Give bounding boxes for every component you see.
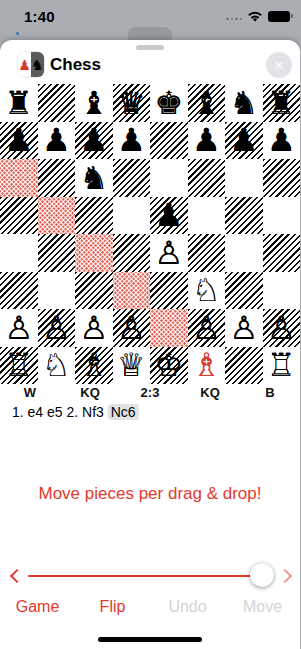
piece-black-pawn[interactable]: ♟	[225, 122, 263, 160]
piece-black-knight[interactable]: ♞	[225, 84, 263, 122]
chess-board[interactable]: ♜♝♛♚♝♞♜♟♟♟♟♟♟♟♞♟♙♘♙♙♙♙♙♙♙♖♘♗♕♔♗♖	[0, 84, 300, 384]
square-g4[interactable]	[225, 234, 263, 272]
game-status-row: W KQ 2:3 KQ B	[0, 385, 300, 400]
piece-black-pawn[interactable]: ♟	[0, 122, 38, 160]
square-a2[interactable]: ♙	[0, 309, 38, 347]
piece-black-pawn[interactable]: ♟	[188, 122, 226, 160]
square-d6[interactable]	[113, 159, 151, 197]
square-h8[interactable]: ♜	[263, 84, 301, 122]
black-castling-rights: KQ	[180, 385, 240, 400]
piece-white-pawn[interactable]: ♙	[263, 309, 301, 347]
piece-white-pawn[interactable]: ♙	[225, 309, 263, 347]
square-d8[interactable]: ♛	[113, 84, 151, 122]
square-a3[interactable]	[0, 272, 38, 310]
square-a1[interactable]: ♖	[0, 347, 38, 385]
close-icon: ✕	[274, 59, 285, 72]
square-g5[interactable]	[225, 197, 263, 235]
blue-dot	[16, 32, 19, 35]
white-castling-rights: KQ	[60, 385, 120, 400]
piece-black-king[interactable]: ♚	[150, 84, 188, 122]
square-a7[interactable]: ♟	[0, 122, 38, 160]
square-c3[interactable]	[75, 272, 113, 310]
square-c1[interactable]: ♗	[75, 347, 113, 385]
piece-white-rook[interactable]: ♖	[0, 347, 38, 385]
square-c5[interactable]	[75, 197, 113, 235]
square-c2[interactable]: ♙	[75, 309, 113, 347]
square-b8[interactable]	[38, 84, 76, 122]
side-to-move: W	[0, 385, 60, 400]
square-e2[interactable]	[150, 309, 188, 347]
status-bar: 1:40	[0, 0, 300, 32]
square-a6[interactable]	[0, 159, 38, 197]
piece-black-rook[interactable]: ♜	[0, 84, 38, 122]
piece-white-queen[interactable]: ♕	[113, 347, 151, 385]
square-h5[interactable]	[263, 197, 301, 235]
square-h6[interactable]	[263, 159, 301, 197]
close-button[interactable]: ✕	[266, 52, 292, 78]
black-knight-icon: ♞	[31, 52, 44, 77]
square-g2[interactable]: ♙	[225, 309, 263, 347]
piece-white-knight[interactable]: ♘	[188, 272, 226, 310]
square-h1[interactable]: ♖	[263, 347, 301, 385]
square-d5[interactable]	[113, 197, 151, 235]
piece-white-pawn[interactable]: ♙	[0, 309, 38, 347]
piece-white-pawn[interactable]: ♙	[113, 309, 151, 347]
piece-black-pawn[interactable]: ♟	[113, 122, 151, 160]
piece-black-rook[interactable]: ♜	[263, 84, 301, 122]
square-e4[interactable]: ♙	[150, 234, 188, 272]
square-b1[interactable]: ♘	[38, 347, 76, 385]
move-slider	[0, 561, 300, 589]
wifi-icon	[247, 11, 263, 22]
undo-button[interactable]: Undo	[150, 598, 225, 616]
square-d7[interactable]: ♟	[113, 122, 151, 160]
move-counter: 2:3	[120, 385, 180, 400]
square-a8[interactable]: ♜	[0, 84, 38, 122]
page-title: Chess	[50, 55, 101, 75]
piece-white-pawn[interactable]: ♙	[188, 309, 226, 347]
piece-black-queen[interactable]: ♛	[113, 84, 151, 122]
square-b2[interactable]: ♙	[38, 309, 76, 347]
square-c4[interactable]	[75, 234, 113, 272]
square-f3[interactable]: ♘	[188, 272, 226, 310]
piece-white-pawn[interactable]: ♙	[150, 234, 188, 272]
square-g3[interactable]	[225, 272, 263, 310]
black-label: B	[240, 385, 300, 400]
move-list-text: 1. e4 e5 2. Nf3	[12, 404, 108, 420]
piece-white-bishop[interactable]: ♗	[75, 347, 113, 385]
piece-white-king[interactable]: ♔	[150, 347, 188, 385]
home-indicator[interactable]	[98, 637, 202, 642]
square-d3[interactable]	[113, 272, 151, 310]
square-e5[interactable]: ♟	[150, 197, 188, 235]
square-h4[interactable]	[263, 234, 301, 272]
piece-black-pawn[interactable]: ♟	[150, 197, 188, 235]
clock: 1:40	[24, 8, 55, 25]
square-e6[interactable]	[150, 159, 188, 197]
toolbar: Game Flip Undo Move	[0, 598, 300, 616]
square-h7[interactable]: ♟	[263, 122, 301, 160]
chevron-left-icon[interactable]	[10, 569, 24, 583]
square-f4[interactable]	[188, 234, 226, 272]
red-pawn-icon: ♟	[18, 52, 31, 77]
cellular-signal-icon	[226, 10, 242, 22]
piece-black-pawn[interactable]: ♟	[38, 122, 76, 160]
square-g6[interactable]	[225, 159, 263, 197]
piece-black-pawn[interactable]: ♟	[75, 122, 113, 160]
square-f2[interactable]: ♙	[188, 309, 226, 347]
square-g1[interactable]	[225, 347, 263, 385]
square-c6[interactable]: ♞	[75, 159, 113, 197]
square-d2[interactable]: ♙	[113, 309, 151, 347]
square-b7[interactable]: ♟	[38, 122, 76, 160]
square-e1[interactable]: ♔	[150, 347, 188, 385]
square-a4[interactable]	[0, 234, 38, 272]
square-f1[interactable]: ♗	[188, 347, 226, 385]
piece-black-bishop[interactable]: ♝	[75, 84, 113, 122]
flip-button[interactable]: Flip	[75, 598, 150, 616]
slider-track[interactable]	[28, 575, 272, 577]
square-d1[interactable]: ♕	[113, 347, 151, 385]
slider-thumb[interactable]	[250, 563, 274, 587]
square-h2[interactable]: ♙	[263, 309, 301, 347]
square-c8[interactable]: ♝	[75, 84, 113, 122]
piece-white-pawn[interactable]: ♙	[75, 309, 113, 347]
square-f6[interactable]	[188, 159, 226, 197]
piece-white-rook[interactable]: ♖	[263, 347, 301, 385]
current-move-chip[interactable]: Nc6	[108, 404, 139, 420]
piece-black-pawn[interactable]: ♟	[263, 122, 301, 160]
square-e3[interactable]	[150, 272, 188, 310]
move-list: 1. e4 e5 2. Nf3 Nc6	[12, 404, 139, 420]
square-g8[interactable]: ♞	[225, 84, 263, 122]
square-d4[interactable]	[113, 234, 151, 272]
sheet-header: ♟ ♞ Chess ✕	[0, 52, 300, 78]
square-b6[interactable]	[38, 159, 76, 197]
grab-handle[interactable]	[136, 45, 164, 50]
square-h3[interactable]	[263, 272, 301, 310]
square-e8[interactable]: ♚	[150, 84, 188, 122]
move-button[interactable]: Move	[225, 598, 300, 616]
square-f7[interactable]: ♟	[188, 122, 226, 160]
hint-message: Move pieces per drag & drop!	[0, 484, 300, 504]
chess-sheet: ♟ ♞ Chess ✕ ♜♝♛♚♝♞♜♟♟♟♟♟♟♟♞♟♙♘♙♙♙♙♙♙♙♖♘♗…	[0, 40, 300, 649]
chess-app-icon: ♟ ♞	[18, 52, 44, 77]
square-c7[interactable]: ♟	[75, 122, 113, 160]
square-a5[interactable]	[0, 197, 38, 235]
piece-black-bishop[interactable]: ♝	[188, 84, 226, 122]
square-b5[interactable]	[38, 197, 76, 235]
piece-white-pawn[interactable]: ♙	[38, 309, 76, 347]
square-f5[interactable]	[188, 197, 226, 235]
square-f8[interactable]: ♝	[188, 84, 226, 122]
square-b4[interactable]	[38, 234, 76, 272]
battery-icon	[268, 11, 290, 22]
square-b3[interactable]	[38, 272, 76, 310]
chevron-right-icon[interactable]	[278, 569, 292, 583]
piece-white-knight[interactable]: ♘	[38, 347, 76, 385]
game-button[interactable]: Game	[0, 598, 75, 616]
piece-black-knight[interactable]: ♞	[75, 159, 113, 197]
square-g7[interactable]: ♟	[225, 122, 263, 160]
piece-white-bishop[interactable]: ♗	[188, 347, 226, 385]
square-e7[interactable]	[150, 122, 188, 160]
